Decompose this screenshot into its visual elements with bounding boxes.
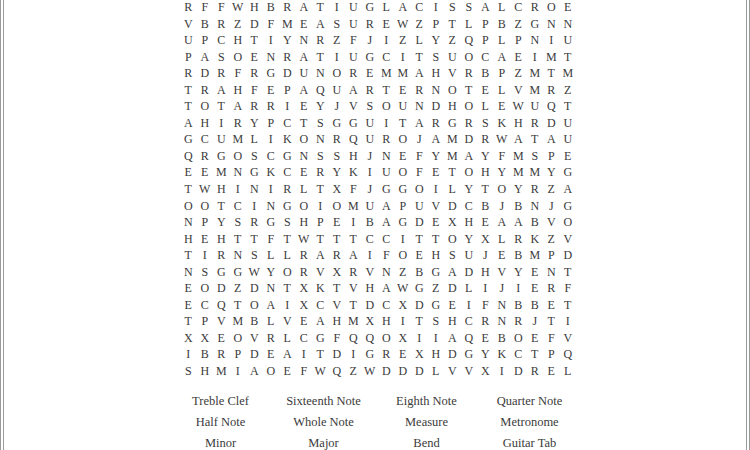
grid-cell-r10c14[interactable]: E [395, 148, 412, 165]
grid-cell-r12c17[interactable]: L [444, 181, 461, 198]
grid-cell-r8c6[interactable]: P [263, 115, 280, 132]
grid-cell-r21c24[interactable]: V [560, 329, 577, 346]
grid-cell-r16c21[interactable]: B [510, 247, 527, 264]
grid-cell-r11c20[interactable]: Y [494, 164, 511, 181]
grid-cell-r6c7[interactable]: P [279, 82, 296, 99]
grid-cell-r7c1[interactable]: T [180, 98, 197, 115]
grid-cell-r23c17[interactable]: V [444, 362, 461, 379]
grid-cell-r7c16[interactable]: D [428, 98, 445, 115]
grid-cell-r8c5[interactable]: Y [246, 115, 263, 132]
grid-cell-r9c18[interactable]: D [461, 131, 478, 148]
grid-cell-r7c13[interactable]: O [378, 98, 395, 115]
grid-cell-r2c6[interactable]: F [263, 16, 280, 33]
grid-cell-r5c24[interactable]: M [560, 65, 577, 82]
grid-cell-r18c4[interactable]: Z [230, 280, 247, 297]
grid-cell-r20c6[interactable]: L [263, 313, 280, 330]
grid-cell-r15c22[interactable]: K [527, 230, 544, 247]
grid-cell-r16c16[interactable]: H [428, 247, 445, 264]
grid-cell-r5c15[interactable]: A [411, 65, 428, 82]
grid-cell-r8c8[interactable]: T [296, 115, 313, 132]
grid-cell-r20c8[interactable]: E [296, 313, 313, 330]
grid-cell-r18c15[interactable]: G [411, 280, 428, 297]
grid-cell-r11c3[interactable]: M [213, 164, 230, 181]
grid-cell-r19c14[interactable]: X [395, 296, 412, 313]
grid-cell-r1c11[interactable]: U [345, 0, 362, 16]
grid-cell-r14c6[interactable]: G [263, 214, 280, 231]
grid-cell-r22c1[interactable]: I [180, 346, 197, 363]
grid-cell-r13c18[interactable]: C [461, 197, 478, 214]
grid-cell-r16c15[interactable]: E [411, 247, 428, 264]
grid-cell-r19c12[interactable]: D [362, 296, 379, 313]
grid-cell-r7c14[interactable]: U [395, 98, 412, 115]
grid-cell-r5c18[interactable]: R [461, 65, 478, 82]
grid-cell-r17c16[interactable]: G [428, 263, 445, 280]
grid-cell-r16c7[interactable]: L [279, 247, 296, 264]
grid-cell-r20c23[interactable]: T [543, 313, 560, 330]
grid-cell-r13c3[interactable]: T [213, 197, 230, 214]
grid-cell-r7c4[interactable]: A [230, 98, 247, 115]
grid-cell-r7c8[interactable]: E [296, 98, 313, 115]
grid-cell-r1c13[interactable]: L [378, 0, 395, 16]
grid-cell-r10c12[interactable]: J [362, 148, 379, 165]
grid-cell-r19c3[interactable]: Q [213, 296, 230, 313]
grid-cell-r19c17[interactable]: E [444, 296, 461, 313]
grid-cell-r22c10[interactable]: D [329, 346, 346, 363]
grid-cell-r13c12[interactable]: U [362, 197, 379, 214]
grid-cell-r16c13[interactable]: F [378, 247, 395, 264]
grid-cell-r22c22[interactable]: T [527, 346, 544, 363]
grid-cell-r9c12[interactable]: U [362, 131, 379, 148]
grid-cell-r22c16[interactable]: H [428, 346, 445, 363]
grid-cell-r19c23[interactable]: E [543, 296, 560, 313]
grid-cell-r10c20[interactable]: F [494, 148, 511, 165]
grid-cell-r15c16[interactable]: T [428, 230, 445, 247]
grid-cell-r11c6[interactable]: K [263, 164, 280, 181]
grid-cell-r1c8[interactable]: A [296, 0, 313, 16]
grid-cell-r4c9[interactable]: T [312, 49, 329, 66]
grid-cell-r17c14[interactable]: Z [395, 263, 412, 280]
grid-cell-r16c5[interactable]: S [246, 247, 263, 264]
grid-cell-r1c5[interactable]: H [246, 0, 263, 16]
grid-cell-r19c15[interactable]: D [411, 296, 428, 313]
grid-cell-r14c19[interactable]: E [477, 214, 494, 231]
grid-cell-r1c24[interactable]: E [560, 0, 577, 16]
grid-cell-r13c13[interactable]: A [378, 197, 395, 214]
grid-cell-r8c17[interactable]: G [444, 115, 461, 132]
grid-cell-r13c1[interactable]: O [180, 197, 197, 214]
grid-cell-r8c24[interactable]: U [560, 115, 577, 132]
grid-cell-r16c4[interactable]: N [230, 247, 247, 264]
grid-cell-r6c9[interactable]: Q [312, 82, 329, 99]
grid-cell-r13c7[interactable]: G [279, 197, 296, 214]
grid-cell-r12c2[interactable]: W [197, 181, 214, 198]
grid-cell-r14c11[interactable]: I [345, 214, 362, 231]
grid-cell-r14c16[interactable]: E [428, 214, 445, 231]
grid-cell-r20c14[interactable]: I [395, 313, 412, 330]
grid-cell-r2c11[interactable]: U [345, 16, 362, 33]
grid-cell-r11c23[interactable]: Y [543, 164, 560, 181]
grid-cell-r17c11[interactable]: R [345, 263, 362, 280]
grid-cell-r2c17[interactable]: T [444, 16, 461, 33]
grid-cell-r13c11[interactable]: M [345, 197, 362, 214]
grid-cell-r4c12[interactable]: G [362, 49, 379, 66]
grid-cell-r23c9[interactable]: W [312, 362, 329, 379]
grid-cell-r19c13[interactable]: C [378, 296, 395, 313]
grid-cell-r16c23[interactable]: P [543, 247, 560, 264]
grid-cell-r15c5[interactable]: T [246, 230, 263, 247]
grid-cell-r18c14[interactable]: W [395, 280, 412, 297]
grid-cell-r3c3[interactable]: C [213, 32, 230, 49]
grid-cell-r12c4[interactable]: I [230, 181, 247, 198]
grid-cell-r20c16[interactable]: S [428, 313, 445, 330]
grid-cell-r11c12[interactable]: I [362, 164, 379, 181]
grid-cell-r9c9[interactable]: N [312, 131, 329, 148]
grid-cell-r5c6[interactable]: G [263, 65, 280, 82]
grid-cell-r18c6[interactable]: N [263, 280, 280, 297]
grid-cell-r9c6[interactable]: I [263, 131, 280, 148]
grid-cell-r9c20[interactable]: W [494, 131, 511, 148]
grid-cell-r17c7[interactable]: O [279, 263, 296, 280]
grid-cell-r4c4[interactable]: O [230, 49, 247, 66]
grid-cell-r21c4[interactable]: O [230, 329, 247, 346]
grid-cell-r16c19[interactable]: J [477, 247, 494, 264]
grid-cell-r18c2[interactable]: O [197, 280, 214, 297]
grid-cell-r6c8[interactable]: A [296, 82, 313, 99]
grid-cell-r3c12[interactable]: J [362, 32, 379, 49]
grid-cell-r15c1[interactable]: H [180, 230, 197, 247]
grid-cell-r2c16[interactable]: P [428, 16, 445, 33]
grid-cell-r6c6[interactable]: E [263, 82, 280, 99]
grid-cell-r1c4[interactable]: W [230, 0, 247, 16]
grid-cell-r7c11[interactable]: V [345, 98, 362, 115]
grid-cell-r18c17[interactable]: D [444, 280, 461, 297]
grid-cell-r8c11[interactable]: G [345, 115, 362, 132]
grid-cell-r7c24[interactable]: T [560, 98, 577, 115]
grid-cell-r17c12[interactable]: V [362, 263, 379, 280]
grid-cell-r20c11[interactable]: M [345, 313, 362, 330]
grid-cell-r15c21[interactable]: R [510, 230, 527, 247]
grid-cell-r19c10[interactable]: V [329, 296, 346, 313]
grid-cell-r1c7[interactable]: R [279, 0, 296, 16]
grid-cell-r4c11[interactable]: U [345, 49, 362, 66]
grid-cell-r21c11[interactable]: Q [345, 329, 362, 346]
grid-cell-r12c7[interactable]: R [279, 181, 296, 198]
grid-cell-r7c6[interactable]: R [263, 98, 280, 115]
grid-cell-r10c11[interactable]: H [345, 148, 362, 165]
grid-cell-r18c9[interactable]: K [312, 280, 329, 297]
grid-cell-r22c21[interactable]: C [510, 346, 527, 363]
grid-cell-r15c3[interactable]: H [213, 230, 230, 247]
grid-cell-r19c4[interactable]: T [230, 296, 247, 313]
grid-cell-r21c2[interactable]: X [197, 329, 214, 346]
grid-cell-r16c1[interactable]: T [180, 247, 197, 264]
grid-cell-r23c1[interactable]: S [180, 362, 197, 379]
grid-cell-r21c13[interactable]: O [378, 329, 395, 346]
grid-cell-r17c10[interactable]: X [329, 263, 346, 280]
grid-cell-r4c2[interactable]: A [197, 49, 214, 66]
grid-cell-r5c11[interactable]: R [345, 65, 362, 82]
grid-cell-r16c20[interactable]: E [494, 247, 511, 264]
grid-cell-r14c15[interactable]: D [411, 214, 428, 231]
grid-cell-r3c14[interactable]: Z [395, 32, 412, 49]
grid-cell-r21c6[interactable]: R [263, 329, 280, 346]
grid-cell-r7c19[interactable]: L [477, 98, 494, 115]
grid-cell-r9c2[interactable]: C [197, 131, 214, 148]
grid-cell-r13c17[interactable]: D [444, 197, 461, 214]
grid-cell-r18c5[interactable]: D [246, 280, 263, 297]
grid-cell-r11c10[interactable]: Y [329, 164, 346, 181]
grid-cell-r17c2[interactable]: S [197, 263, 214, 280]
grid-cell-r22c7[interactable]: A [279, 346, 296, 363]
grid-cell-r20c9[interactable]: A [312, 313, 329, 330]
grid-cell-r10c23[interactable]: P [543, 148, 560, 165]
grid-cell-r12c24[interactable]: A [560, 181, 577, 198]
grid-cell-r2c4[interactable]: Z [230, 16, 247, 33]
grid-cell-r23c23[interactable]: E [543, 362, 560, 379]
grid-cell-r10c3[interactable]: G [213, 148, 230, 165]
grid-cell-r5c10[interactable]: O [329, 65, 346, 82]
grid-cell-r16c10[interactable]: R [329, 247, 346, 264]
grid-cell-r23c21[interactable]: D [510, 362, 527, 379]
grid-cell-r20c2[interactable]: P [197, 313, 214, 330]
grid-cell-r16c9[interactable]: A [312, 247, 329, 264]
grid-cell-r6c23[interactable]: R [543, 82, 560, 99]
grid-cell-r8c21[interactable]: H [510, 115, 527, 132]
grid-cell-r10c21[interactable]: M [510, 148, 527, 165]
grid-cell-r21c9[interactable]: G [312, 329, 329, 346]
grid-cell-r13c6[interactable]: N [263, 197, 280, 214]
grid-cell-r15c11[interactable]: T [345, 230, 362, 247]
grid-cell-r18c20[interactable]: J [494, 280, 511, 297]
grid-cell-r11c8[interactable]: E [296, 164, 313, 181]
grid-cell-r15c14[interactable]: I [395, 230, 412, 247]
grid-cell-r3c2[interactable]: P [197, 32, 214, 49]
grid-cell-r23c20[interactable]: I [494, 362, 511, 379]
grid-cell-r7c23[interactable]: Q [543, 98, 560, 115]
grid-cell-r11c5[interactable]: G [246, 164, 263, 181]
grid-cell-r9c11[interactable]: Q [345, 131, 362, 148]
grid-cell-r9c14[interactable]: O [395, 131, 412, 148]
grid-cell-r23c6[interactable]: O [263, 362, 280, 379]
grid-cell-r20c19[interactable]: R [477, 313, 494, 330]
grid-cell-r21c20[interactable]: B [494, 329, 511, 346]
grid-cell-r8c10[interactable]: G [329, 115, 346, 132]
grid-cell-r2c9[interactable]: A [312, 16, 329, 33]
grid-cell-r11c14[interactable]: O [395, 164, 412, 181]
grid-cell-r8c23[interactable]: D [543, 115, 560, 132]
grid-cell-r9c1[interactable]: G [180, 131, 197, 148]
grid-cell-r22c19[interactable]: Y [477, 346, 494, 363]
grid-cell-r5c19[interactable]: B [477, 65, 494, 82]
grid-cell-r8c14[interactable]: T [395, 115, 412, 132]
grid-cell-r17c20[interactable]: V [494, 263, 511, 280]
grid-cell-r14c23[interactable]: V [543, 214, 560, 231]
grid-cell-r18c8[interactable]: X [296, 280, 313, 297]
grid-cell-r10c4[interactable]: O [230, 148, 247, 165]
grid-cell-r1c10[interactable]: I [329, 0, 346, 16]
grid-cell-r9c5[interactable]: L [246, 131, 263, 148]
grid-cell-r5c7[interactable]: D [279, 65, 296, 82]
grid-cell-r7c18[interactable]: O [461, 98, 478, 115]
grid-cell-r15c6[interactable]: F [263, 230, 280, 247]
grid-cell-r15c8[interactable]: W [296, 230, 313, 247]
grid-cell-r17c24[interactable]: T [560, 263, 577, 280]
grid-cell-r12c11[interactable]: F [345, 181, 362, 198]
grid-cell-r4c24[interactable]: T [560, 49, 577, 66]
grid-cell-r5c14[interactable]: M [395, 65, 412, 82]
grid-cell-r5c5[interactable]: R [246, 65, 263, 82]
grid-cell-r3c18[interactable]: Q [461, 32, 478, 49]
grid-cell-r23c11[interactable]: Z [345, 362, 362, 379]
grid-cell-r11c16[interactable]: E [428, 164, 445, 181]
grid-cell-r17c8[interactable]: R [296, 263, 313, 280]
grid-cell-r8c12[interactable]: U [362, 115, 379, 132]
grid-cell-r10c8[interactable]: N [296, 148, 313, 165]
grid-cell-r9c23[interactable]: A [543, 131, 560, 148]
grid-cell-r22c6[interactable]: E [263, 346, 280, 363]
grid-cell-r3c17[interactable]: Z [444, 32, 461, 49]
grid-cell-r12c22[interactable]: R [527, 181, 544, 198]
grid-cell-r14c18[interactable]: H [461, 214, 478, 231]
grid-cell-r5c20[interactable]: P [494, 65, 511, 82]
grid-cell-r20c22[interactable]: J [527, 313, 544, 330]
grid-cell-r1c19[interactable]: A [477, 0, 494, 16]
grid-cell-r6c2[interactable]: R [197, 82, 214, 99]
grid-cell-r5c2[interactable]: D [197, 65, 214, 82]
grid-cell-r18c7[interactable]: T [279, 280, 296, 297]
grid-cell-r11c1[interactable]: E [180, 164, 197, 181]
grid-cell-r4c6[interactable]: N [263, 49, 280, 66]
grid-cell-r16c2[interactable]: I [197, 247, 214, 264]
grid-cell-r12c14[interactable]: G [395, 181, 412, 198]
grid-cell-r15c18[interactable]: Y [461, 230, 478, 247]
grid-cell-r2c5[interactable]: D [246, 16, 263, 33]
grid-cell-r21c18[interactable]: Q [461, 329, 478, 346]
grid-cell-r4c23[interactable]: M [543, 49, 560, 66]
grid-cell-r6c18[interactable]: T [461, 82, 478, 99]
grid-cell-r14c17[interactable]: X [444, 214, 461, 231]
grid-cell-r8c18[interactable]: R [461, 115, 478, 132]
grid-cell-r13c15[interactable]: U [411, 197, 428, 214]
grid-cell-r19c24[interactable]: T [560, 296, 577, 313]
grid-cell-r19c11[interactable]: T [345, 296, 362, 313]
grid-cell-r16c11[interactable]: A [345, 247, 362, 264]
grid-cell-r1c9[interactable]: T [312, 0, 329, 16]
grid-cell-r18c24[interactable]: F [560, 280, 577, 297]
grid-cell-r20c7[interactable]: V [279, 313, 296, 330]
grid-cell-r16c24[interactable]: D [560, 247, 577, 264]
grid-cell-r22c8[interactable]: I [296, 346, 313, 363]
grid-cell-r4c20[interactable]: A [494, 49, 511, 66]
grid-cell-r21c12[interactable]: Q [362, 329, 379, 346]
grid-cell-r23c10[interactable]: Q [329, 362, 346, 379]
grid-cell-r12c16[interactable]: I [428, 181, 445, 198]
grid-cell-r4c5[interactable]: E [246, 49, 263, 66]
grid-cell-r16c14[interactable]: O [395, 247, 412, 264]
grid-cell-r5c12[interactable]: E [362, 65, 379, 82]
grid-cell-r7c17[interactable]: H [444, 98, 461, 115]
grid-cell-r17c19[interactable]: H [477, 263, 494, 280]
grid-cell-r12c5[interactable]: N [246, 181, 263, 198]
grid-cell-r23c15[interactable]: D [411, 362, 428, 379]
grid-cell-r8c15[interactable]: A [411, 115, 428, 132]
grid-cell-r2c2[interactable]: B [197, 16, 214, 33]
grid-cell-r13c19[interactable]: B [477, 197, 494, 214]
grid-cell-r11c22[interactable]: M [527, 164, 544, 181]
grid-cell-r7c9[interactable]: Y [312, 98, 329, 115]
grid-cell-r19c2[interactable]: C [197, 296, 214, 313]
grid-cell-r9c24[interactable]: U [560, 131, 577, 148]
grid-cell-r12c10[interactable]: X [329, 181, 346, 198]
grid-cell-r20c15[interactable]: T [411, 313, 428, 330]
grid-cell-r8c20[interactable]: K [494, 115, 511, 132]
grid-cell-r23c19[interactable]: X [477, 362, 494, 379]
grid-cell-r13c23[interactable]: J [543, 197, 560, 214]
grid-cell-r23c18[interactable]: V [461, 362, 478, 379]
grid-cell-r2c19[interactable]: P [477, 16, 494, 33]
grid-cell-r22c17[interactable]: D [444, 346, 461, 363]
grid-cell-r6c20[interactable]: L [494, 82, 511, 99]
grid-cell-r6c13[interactable]: T [378, 82, 395, 99]
grid-cell-r1c15[interactable]: C [411, 0, 428, 16]
grid-cell-r17c1[interactable]: N [180, 263, 197, 280]
grid-cell-r7c2[interactable]: O [197, 98, 214, 115]
grid-cell-r5c22[interactable]: M [527, 65, 544, 82]
grid-cell-r18c18[interactable]: L [461, 280, 478, 297]
grid-cell-r22c23[interactable]: P [543, 346, 560, 363]
grid-cell-r22c14[interactable]: E [395, 346, 412, 363]
grid-cell-r5c16[interactable]: H [428, 65, 445, 82]
grid-cell-r7c12[interactable]: S [362, 98, 379, 115]
grid-cell-r21c21[interactable]: O [510, 329, 527, 346]
grid-cell-r22c2[interactable]: B [197, 346, 214, 363]
grid-cell-r13c2[interactable]: O [197, 197, 214, 214]
grid-cell-r20c20[interactable]: N [494, 313, 511, 330]
grid-cell-r23c12[interactable]: W [362, 362, 379, 379]
grid-cell-r17c5[interactable]: W [246, 263, 263, 280]
grid-cell-r10c7[interactable]: G [279, 148, 296, 165]
grid-cell-r3c10[interactable]: Z [329, 32, 346, 49]
grid-cell-r9c16[interactable]: A [428, 131, 445, 148]
grid-cell-r3c20[interactable]: L [494, 32, 511, 49]
grid-cell-r4c10[interactable]: I [329, 49, 346, 66]
grid-cell-r3c21[interactable]: P [510, 32, 527, 49]
grid-cell-r19c18[interactable]: I [461, 296, 478, 313]
grid-cell-r6c4[interactable]: H [230, 82, 247, 99]
grid-cell-r8c3[interactable]: I [213, 115, 230, 132]
grid-cell-r13c24[interactable]: G [560, 197, 577, 214]
grid-cell-r18c12[interactable]: H [362, 280, 379, 297]
grid-cell-r6c11[interactable]: A [345, 82, 362, 99]
grid-cell-r4c15[interactable]: T [411, 49, 428, 66]
grid-cell-r11c4[interactable]: N [230, 164, 247, 181]
grid-cell-r4c16[interactable]: S [428, 49, 445, 66]
grid-cell-r12c20[interactable]: O [494, 181, 511, 198]
grid-cell-r6c1[interactable]: T [180, 82, 197, 99]
grid-cell-r16c18[interactable]: U [461, 247, 478, 264]
grid-cell-r5c23[interactable]: T [543, 65, 560, 82]
grid-cell-r2c3[interactable]: R [213, 16, 230, 33]
grid-cell-r5c1[interactable]: R [180, 65, 197, 82]
grid-cell-r4c1[interactable]: P [180, 49, 197, 66]
grid-cell-r10c5[interactable]: S [246, 148, 263, 165]
grid-cell-r11c2[interactable]: E [197, 164, 214, 181]
grid-cell-r21c1[interactable]: X [180, 329, 197, 346]
grid-cell-r15c13[interactable]: C [378, 230, 395, 247]
grid-cell-r21c10[interactable]: F [329, 329, 346, 346]
grid-cell-r12c9[interactable]: T [312, 181, 329, 198]
grid-cell-r2c10[interactable]: S [329, 16, 346, 33]
